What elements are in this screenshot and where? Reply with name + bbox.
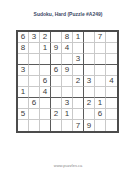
cell-r8c6-empty [73, 109, 84, 120]
cell-r6c8-empty [95, 87, 106, 98]
cell-r9c6-given-7: 7 [73, 120, 84, 131]
cell-r5c1-empty [18, 76, 29, 87]
cell-r7c4-empty [51, 98, 62, 109]
cell-r4c3-empty [40, 65, 51, 76]
cell-r8c4-given-2: 2 [51, 109, 62, 120]
cell-r3c3-empty [40, 54, 51, 65]
cell-r8c7-empty [84, 109, 95, 120]
cell-r6c3-given-4: 4 [40, 87, 51, 98]
cell-r9c2-empty [29, 120, 40, 131]
cell-r8c1-given-5: 5 [18, 109, 29, 120]
cell-r1c6-given-1: 1 [73, 32, 84, 43]
cell-r9c4-empty [51, 120, 62, 131]
cell-r4c9-empty [106, 65, 117, 76]
puzzle-title: Sudoku, Hard (Puzzle #A249) [0, 11, 136, 17]
cell-r6c1-given-1: 1 [18, 87, 29, 98]
cell-r3c6-given-3: 3 [73, 54, 84, 65]
cell-r7c6-empty [73, 98, 84, 109]
cell-r9c7-given-9: 9 [84, 120, 95, 131]
cell-r5c4-empty [51, 76, 62, 87]
cell-r3c2-empty [29, 54, 40, 65]
cell-r7c9-empty [106, 98, 117, 109]
cell-r4c6-empty [73, 65, 84, 76]
sudoku-board: 632817819433696234146321521679 [16, 30, 119, 133]
cell-r5c8-empty [95, 76, 106, 87]
cell-r9c1-empty [18, 120, 29, 131]
cell-r6c2-empty [29, 87, 40, 98]
cell-r4c2-empty [29, 65, 40, 76]
cell-r1c9-empty [106, 32, 117, 43]
cell-r2c7-empty [84, 43, 95, 54]
footer-url: www.puzzles.ca [0, 163, 136, 168]
cell-r5c3-given-6: 6 [40, 76, 51, 87]
cell-r6c7-empty [84, 87, 95, 98]
cell-r5c9-given-4: 4 [106, 76, 117, 87]
cell-r2c6-empty [73, 43, 84, 54]
cell-r6c9-empty [106, 87, 117, 98]
cell-r4c5-given-9: 9 [62, 65, 73, 76]
cell-r3c9-empty [106, 54, 117, 65]
cell-r6c4-empty [51, 87, 62, 98]
cell-r2c1-given-8: 8 [18, 43, 29, 54]
cell-r2c4-given-9: 9 [51, 43, 62, 54]
cell-r7c3-empty [40, 98, 51, 109]
cell-r9c9-empty [106, 120, 117, 131]
cell-r7c5-given-3: 3 [62, 98, 73, 109]
cell-r6c6-empty [73, 87, 84, 98]
cell-r1c7-empty [84, 32, 95, 43]
cell-r2c5-given-4: 4 [62, 43, 73, 54]
cell-r7c2-given-6: 6 [29, 98, 40, 109]
cell-r8c8-given-6: 6 [95, 109, 106, 120]
cell-r1c8-given-7: 7 [95, 32, 106, 43]
cell-r3c5-empty [62, 54, 73, 65]
cell-r2c3-given-1: 1 [40, 43, 51, 54]
cell-r1c4-empty [51, 32, 62, 43]
cell-r7c7-given-2: 2 [84, 98, 95, 109]
cell-r8c2-empty [29, 109, 40, 120]
cell-r4c8-empty [95, 65, 106, 76]
cell-r5c5-empty [62, 76, 73, 87]
cell-r6c5-empty [62, 87, 73, 98]
cell-r5c6-given-2: 2 [73, 76, 84, 87]
cell-r1c3-given-2: 2 [40, 32, 51, 43]
cell-r2c2-empty [29, 43, 40, 54]
cell-r2c8-empty [95, 43, 106, 54]
cell-r8c9-empty [106, 109, 117, 120]
cell-r9c5-empty [62, 120, 73, 131]
cell-r1c5-given-8: 8 [62, 32, 73, 43]
cell-r3c4-empty [51, 54, 62, 65]
cell-r8c5-given-1: 1 [62, 109, 73, 120]
cell-r8c3-empty [40, 109, 51, 120]
cell-r9c8-empty [95, 120, 106, 131]
cell-r7c1-empty [18, 98, 29, 109]
cell-r5c7-given-3: 3 [84, 76, 95, 87]
cell-r9c3-empty [40, 120, 51, 131]
cell-r5c2-empty [29, 76, 40, 87]
cell-r4c4-given-6: 6 [51, 65, 62, 76]
cell-r1c2-given-3: 3 [29, 32, 40, 43]
cell-r1c1-given-6: 6 [18, 32, 29, 43]
cell-r4c1-given-3: 3 [18, 65, 29, 76]
cell-r2c9-empty [106, 43, 117, 54]
cell-r3c1-empty [18, 54, 29, 65]
cell-r3c7-empty [84, 54, 95, 65]
cell-r3c8-empty [95, 54, 106, 65]
cell-r7c8-given-1: 1 [95, 98, 106, 109]
cell-r4c7-empty [84, 65, 95, 76]
